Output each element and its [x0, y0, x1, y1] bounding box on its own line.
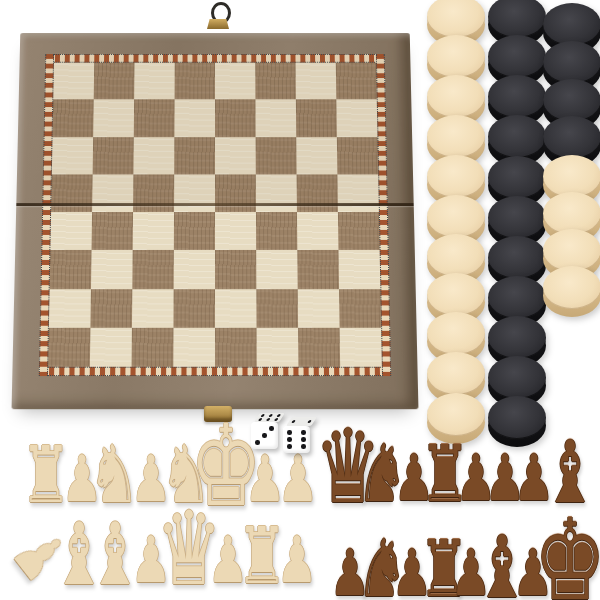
dice-pair [0, 0, 600, 600]
die-pip [262, 433, 267, 438]
die-face-cell [261, 432, 268, 439]
die-face-cell [268, 432, 275, 439]
product-photo-stage: ♜♟♞♟♞♚♟♟♟♝♝♟♛♟♜♟♛♞♟♜♟♟♟♝♟♞♟♜♟♝♟♚ [0, 0, 600, 600]
die-face-cell [300, 436, 307, 443]
die-face-cell [303, 423, 312, 425]
die-face-cell [286, 429, 293, 436]
die-face-cell [261, 425, 268, 432]
die-face-cell [261, 439, 268, 446]
die-face-cell [254, 432, 261, 439]
die-face-cell [254, 439, 261, 446]
die-pip [301, 430, 306, 435]
die-pip [301, 444, 306, 449]
die-top-face [254, 413, 285, 422]
die-pip [269, 426, 274, 431]
die-face-cell [300, 429, 307, 436]
die-front-face [283, 426, 310, 453]
die-top-6-front-3 [251, 413, 282, 449]
die-face-cell [271, 418, 281, 421]
die-face-cell [286, 443, 293, 450]
die-face-cell [293, 443, 300, 450]
die-pip [301, 437, 306, 442]
die-face-cell [268, 439, 275, 446]
die-face-cell [293, 436, 300, 443]
die-face-cell [293, 429, 300, 436]
die-face-cell [286, 436, 293, 443]
die-face-cell [268, 425, 275, 432]
die-top-2-front-6 [283, 417, 314, 453]
die-pip [287, 430, 292, 435]
die-pip [255, 440, 260, 445]
die-top-face [286, 417, 317, 426]
die-pip [287, 444, 292, 449]
die-front-face [251, 422, 278, 449]
die-face-cell [254, 425, 261, 432]
die-pip [273, 418, 278, 421]
die-pip [287, 437, 292, 442]
die-face-cell [300, 443, 307, 450]
